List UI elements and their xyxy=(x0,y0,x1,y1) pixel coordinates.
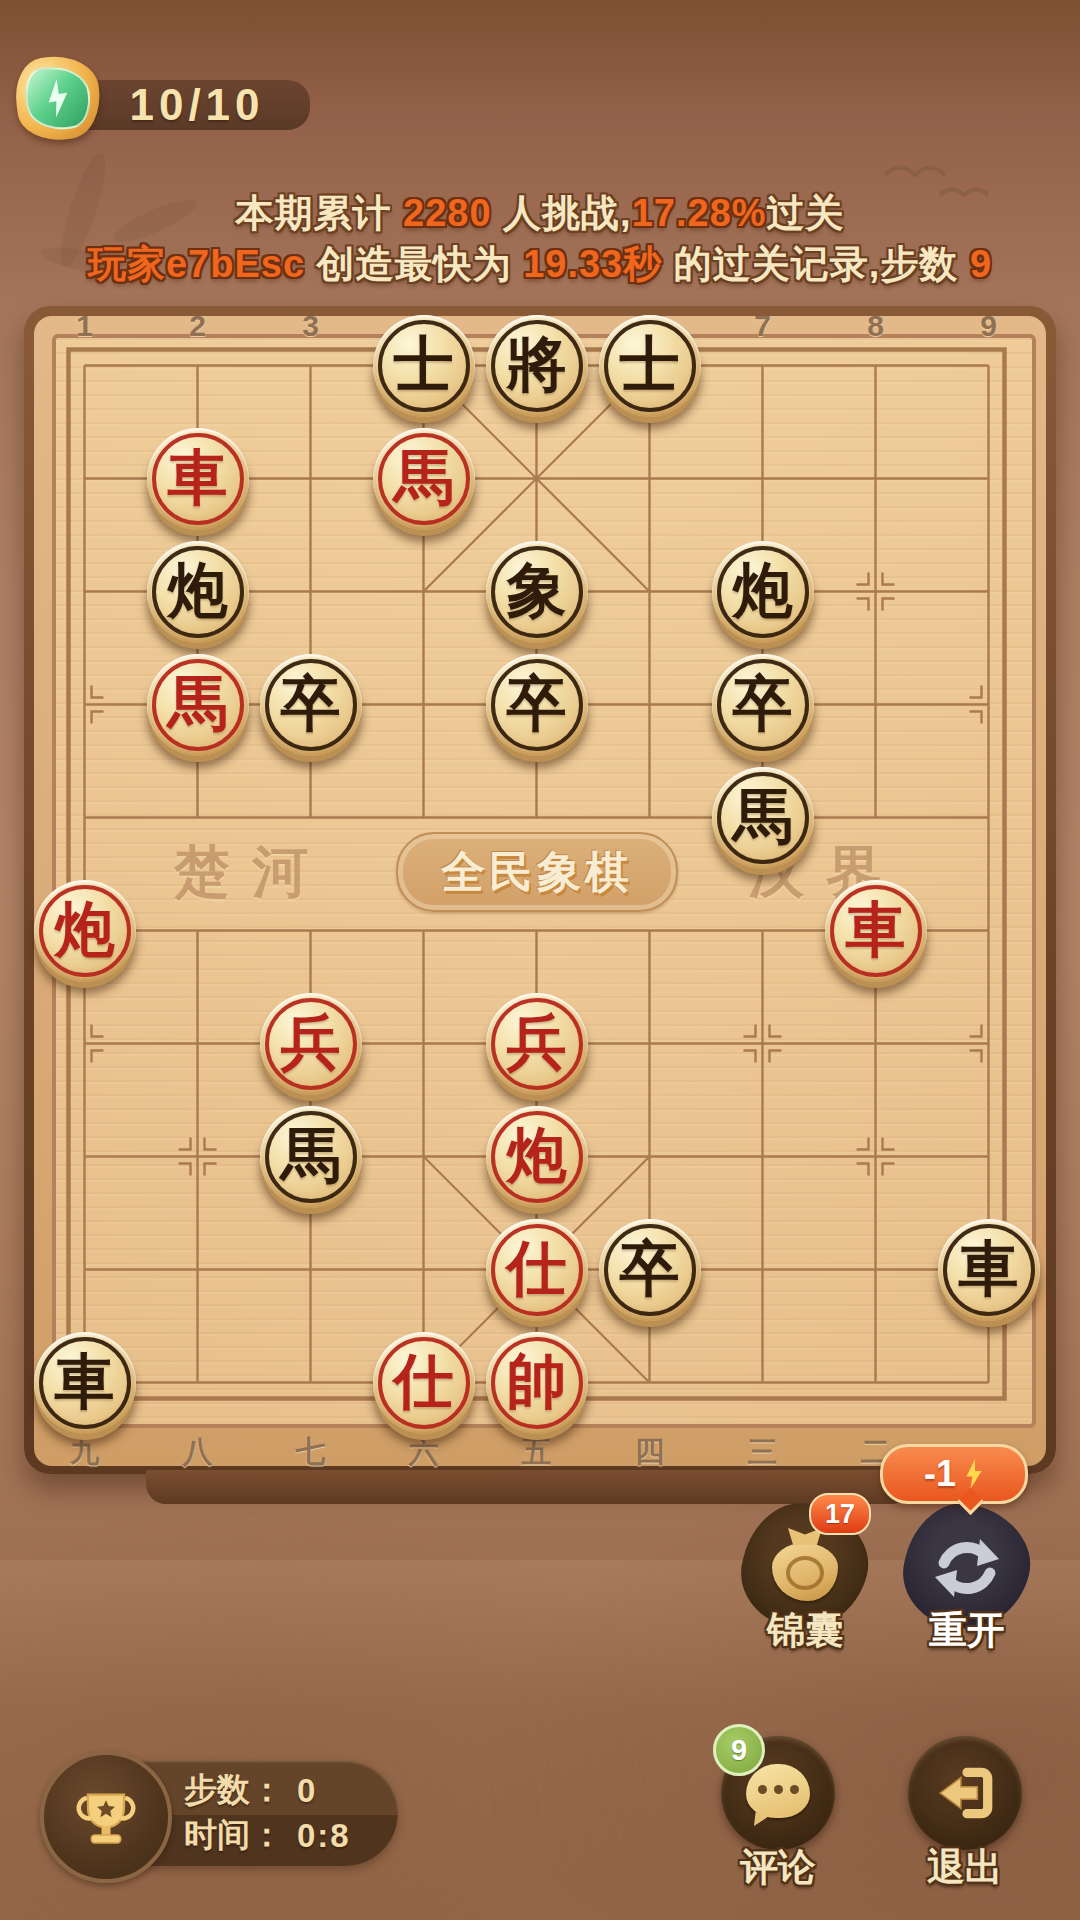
piece-red-車[interactable]: 車 xyxy=(825,880,927,982)
piece-glyph: 士 xyxy=(394,335,454,395)
restart-button[interactable]: 重开 xyxy=(905,1505,1029,1629)
piece-glyph: 兵 xyxy=(281,1013,341,1073)
hint-count-badge: 17 xyxy=(809,1493,871,1535)
piece-red-兵[interactable]: 兵 xyxy=(260,993,362,1095)
piece-glyph: 卒 xyxy=(281,674,341,734)
piece-glyph: 炮 xyxy=(168,561,228,621)
piece-black-卒[interactable]: 卒 xyxy=(260,654,362,756)
piece-glyph: 卒 xyxy=(507,674,567,734)
board-foot xyxy=(146,1470,912,1504)
piece-red-車[interactable]: 車 xyxy=(147,428,249,530)
piece-black-卒[interactable]: 卒 xyxy=(486,654,588,756)
lightning-gem-icon xyxy=(11,51,106,146)
exit-button[interactable]: 退出 xyxy=(903,1736,1027,1850)
piece-black-卒[interactable]: 卒 xyxy=(712,654,814,756)
piece-glyph: 馬 xyxy=(394,448,454,508)
piece-black-卒[interactable]: 卒 xyxy=(599,1219,701,1321)
pieces-grid: 士將士車馬炮象炮馬卒卒卒馬炮車兵兵馬炮仕卒車車仕帥 xyxy=(28,309,1045,1439)
exit-door-icon xyxy=(932,1760,998,1826)
progress-badge: 10/10 xyxy=(14,52,334,148)
piece-glyph: 士 xyxy=(620,335,680,395)
piece-glyph: 卒 xyxy=(620,1239,680,1299)
exit-disc xyxy=(908,1736,1022,1850)
trophy-icon xyxy=(70,1781,142,1853)
piece-glyph: 馬 xyxy=(733,787,793,847)
piece-glyph: 仕 xyxy=(507,1239,567,1299)
penalty-value: -1 xyxy=(924,1453,956,1495)
piece-glyph: 車 xyxy=(55,1352,115,1412)
piece-red-仕[interactable]: 仕 xyxy=(486,1219,588,1321)
piece-glyph: 馬 xyxy=(281,1126,341,1186)
piece-red-帥[interactable]: 帥 xyxy=(486,1332,588,1434)
piece-black-馬[interactable]: 馬 xyxy=(260,1106,362,1208)
record-stats-line: 玩家e7bEsc 创造最快为 19.33秒 的过关记录,步数 9 xyxy=(0,239,1080,290)
piece-black-士[interactable]: 士 xyxy=(373,315,475,417)
moves-label: 步数： xyxy=(184,1768,283,1813)
comment-button[interactable]: 9 评论 xyxy=(716,1736,840,1850)
piece-glyph: 帥 xyxy=(507,1352,567,1412)
piece-black-車[interactable]: 車 xyxy=(938,1219,1040,1321)
piece-glyph: 車 xyxy=(959,1239,1019,1299)
piece-red-仕[interactable]: 仕 xyxy=(373,1332,475,1434)
piece-glyph: 馬 xyxy=(168,674,228,734)
comment-disc: 9 xyxy=(721,1736,835,1850)
piece-glyph: 卒 xyxy=(733,674,793,734)
piece-black-將[interactable]: 將 xyxy=(486,315,588,417)
restart-label: 重开 xyxy=(905,1605,1029,1656)
comment-label: 评论 xyxy=(716,1842,840,1893)
piece-black-馬[interactable]: 馬 xyxy=(712,767,814,869)
hint-button[interactable]: 17 锦囊 xyxy=(743,1505,867,1629)
piece-red-馬[interactable]: 馬 xyxy=(147,654,249,756)
game-stats-panel: 步数： 0 时间： 0:8 xyxy=(48,1760,398,1866)
piece-red-兵[interactable]: 兵 xyxy=(486,993,588,1095)
piece-black-士[interactable]: 士 xyxy=(599,315,701,417)
hint-label: 锦囊 xyxy=(743,1605,867,1656)
energy-penalty-badge: -1 xyxy=(880,1444,1028,1504)
time-label: 时间： xyxy=(184,1813,283,1858)
piece-red-炮[interactable]: 炮 xyxy=(34,880,136,982)
time-row: 时间： 0:8 xyxy=(184,1813,382,1858)
trophy-circle xyxy=(40,1751,172,1883)
lightning-icon xyxy=(964,1459,984,1489)
piece-glyph: 車 xyxy=(168,448,228,508)
piece-red-馬[interactable]: 馬 xyxy=(373,428,475,530)
piece-glyph: 炮 xyxy=(55,900,115,960)
piece-glyph: 炮 xyxy=(507,1126,567,1186)
piece-black-象[interactable]: 象 xyxy=(486,541,588,643)
progress-value: 10/10 xyxy=(84,80,310,130)
piece-glyph: 象 xyxy=(507,561,567,621)
time-value: 0:8 xyxy=(297,1817,351,1855)
piece-glyph: 兵 xyxy=(507,1013,567,1073)
piece-glyph: 仕 xyxy=(394,1352,454,1412)
moves-row: 步数： 0 xyxy=(184,1768,382,1813)
piece-glyph: 車 xyxy=(846,900,906,960)
lightning-icon xyxy=(42,77,73,118)
challenge-stats-line: 本期累计 2280 人挑战,17.28%过关 xyxy=(0,188,1080,239)
speech-bubble-icon xyxy=(746,1764,810,1818)
comment-count-badge: 9 xyxy=(713,1724,765,1776)
exit-label: 退出 xyxy=(903,1842,1027,1893)
piece-glyph: 將 xyxy=(507,335,567,395)
piece-glyph: 炮 xyxy=(733,561,793,621)
money-bag-icon xyxy=(772,1543,838,1601)
piece-black-炮[interactable]: 炮 xyxy=(712,541,814,643)
piece-black-炮[interactable]: 炮 xyxy=(147,541,249,643)
piece-black-車[interactable]: 車 xyxy=(34,1332,136,1434)
moves-value: 0 xyxy=(297,1772,317,1810)
restart-arrows-icon xyxy=(927,1527,1007,1607)
piece-red-炮[interactable]: 炮 xyxy=(486,1106,588,1208)
